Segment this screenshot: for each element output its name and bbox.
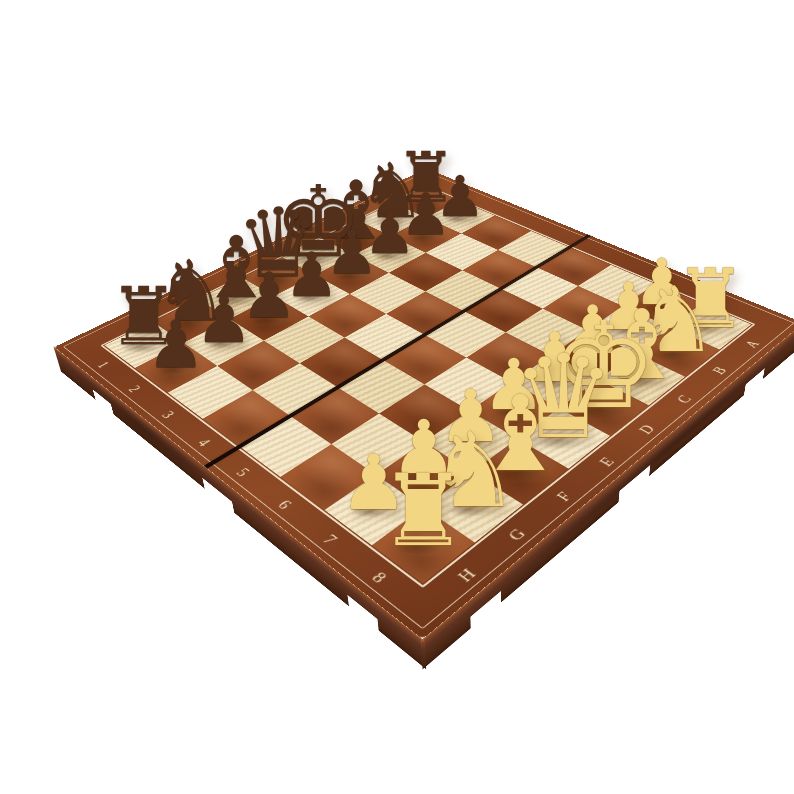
foot-notch [471, 591, 502, 629]
square-g4[interactable] [253, 363, 339, 416]
foot-notch [744, 369, 765, 397]
black-pawn[interactable]: ♟ [147, 312, 206, 378]
foot-notch [347, 595, 378, 632]
foot-notch [93, 389, 114, 415]
hinge-notch [618, 465, 650, 503]
square-g5[interactable] [291, 387, 380, 444]
chess-set-photo: 12345678 ABCDEFGH ♜♞♝♚♛♝♞♜♟♟♟♟♟♟♟♟♟♟♟♟♟♟… [0, 0, 794, 794]
white-rook[interactable]: ♜ [379, 461, 468, 560]
square-f4[interactable] [300, 338, 383, 388]
